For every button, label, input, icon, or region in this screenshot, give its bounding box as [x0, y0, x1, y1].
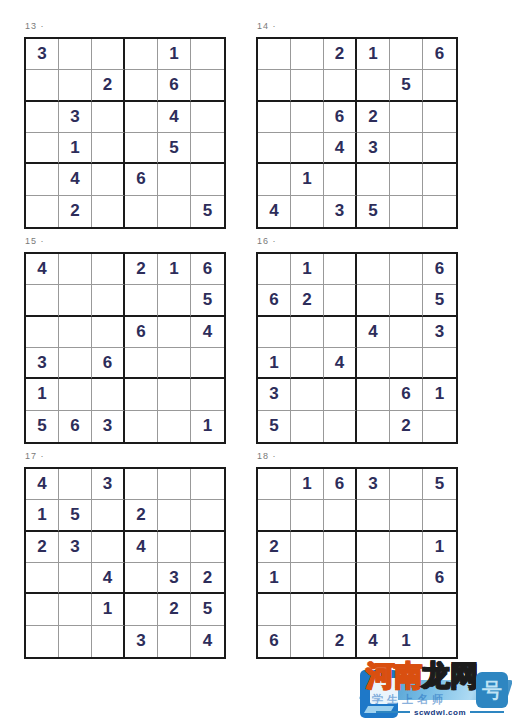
cell-r2c1	[26, 285, 59, 316]
cell-r3c2	[291, 532, 324, 563]
cell-r4c3	[324, 563, 357, 594]
cell-r6c4: 5	[357, 196, 390, 227]
cell-r2c4: 2	[125, 500, 158, 531]
cell-r1c4	[125, 39, 158, 70]
cell-r3c3	[92, 532, 125, 563]
cell-r5c6	[423, 594, 456, 625]
cell-r1c1	[258, 254, 291, 285]
cell-r4c3: 4	[324, 348, 357, 379]
cell-r6c6	[423, 411, 456, 442]
cell-r2c1	[258, 70, 291, 101]
sudoku-grid-18: 163521166241	[256, 467, 458, 659]
cell-r4c1	[26, 563, 59, 594]
cell-r4c5	[390, 348, 423, 379]
cell-r3c4	[125, 102, 158, 133]
cell-r4c2	[59, 563, 92, 594]
cell-r2c2: 5	[59, 500, 92, 531]
cell-r1c3	[92, 254, 125, 285]
cell-r4c1	[26, 133, 59, 164]
cell-r2c5: 5	[390, 70, 423, 101]
cell-r2c5	[158, 500, 191, 531]
cell-r1c1: 4	[26, 469, 59, 500]
cell-r1c3: 6	[324, 469, 357, 500]
cell-r3c3	[92, 317, 125, 348]
cell-r2c3	[324, 285, 357, 316]
cell-r4c1: 1	[258, 348, 291, 379]
cell-r5c3	[92, 164, 125, 195]
cell-r3c1	[26, 317, 59, 348]
cell-r4c2	[291, 348, 324, 379]
cell-r2c2	[291, 500, 324, 531]
cell-r6c4: 3	[125, 626, 158, 657]
cell-r5c2	[291, 379, 324, 410]
puzzle-16-label: 16 ·	[257, 235, 460, 248]
cell-r2c1: 6	[258, 285, 291, 316]
cell-r4c3: 6	[92, 348, 125, 379]
cell-r2c6	[423, 500, 456, 531]
cell-r4c4	[357, 348, 390, 379]
cell-r1c5: 1	[158, 254, 191, 285]
cell-r5c1	[258, 164, 291, 195]
cell-r2c2: 2	[291, 285, 324, 316]
cell-r5c5	[390, 594, 423, 625]
cell-r6c1: 5	[26, 411, 59, 442]
cell-r3c5	[390, 532, 423, 563]
cell-r2c4	[125, 70, 158, 101]
cell-r2c4	[357, 285, 390, 316]
cell-r3c1	[258, 102, 291, 133]
cell-r5c5	[390, 164, 423, 195]
watermark-url: scwdwl.com	[414, 708, 466, 717]
cell-r1c4	[125, 469, 158, 500]
cell-r3c5: 4	[158, 102, 191, 133]
cell-r3c2	[291, 317, 324, 348]
cell-r4c4	[125, 563, 158, 594]
cell-r2c3: 2	[92, 70, 125, 101]
puzzle-18-label: 18 ·	[257, 450, 460, 463]
cell-r6c5	[158, 411, 191, 442]
cell-r6c5	[390, 196, 423, 227]
cell-r4c4	[125, 348, 158, 379]
cell-r6c6: 5	[191, 196, 224, 227]
cell-r1c3	[92, 39, 125, 70]
puzzle-18: 18 · 163521166241	[256, 450, 460, 659]
puzzle-14-label: 14 ·	[257, 20, 460, 33]
cell-r2c2	[59, 70, 92, 101]
cell-r5c2	[291, 594, 324, 625]
cell-r6c1: 5	[258, 411, 291, 442]
cell-r3c6	[191, 102, 224, 133]
cell-r1c4	[357, 254, 390, 285]
cell-r1c2: 1	[291, 469, 324, 500]
cell-r3c3	[324, 532, 357, 563]
cell-r1c3: 2	[324, 39, 357, 70]
cell-r1c5	[390, 469, 423, 500]
cell-r3c5	[390, 317, 423, 348]
cell-r4c5	[390, 563, 423, 594]
cell-r6c3: 3	[92, 411, 125, 442]
cell-r1c2: 1	[291, 254, 324, 285]
cell-r5c6	[191, 379, 224, 410]
cell-r3c4: 4	[125, 532, 158, 563]
cell-r1c6: 6	[191, 254, 224, 285]
cell-r4c6	[423, 348, 456, 379]
cell-r5c5: 6	[390, 379, 423, 410]
cell-r5c4: 6	[125, 164, 158, 195]
cell-r3c1	[26, 102, 59, 133]
cell-r4c3: 4	[324, 133, 357, 164]
cell-r5c4	[357, 379, 390, 410]
cell-r1c5	[158, 469, 191, 500]
cell-r6c4	[357, 411, 390, 442]
cell-r6c6: 4	[191, 626, 224, 657]
cell-r1c5	[390, 254, 423, 285]
cell-r6c6	[423, 196, 456, 227]
cell-r4c3: 4	[92, 563, 125, 594]
cell-r3c2: 3	[59, 532, 92, 563]
cell-r2c3	[324, 70, 357, 101]
cell-r4c1: 3	[26, 348, 59, 379]
cell-r4c5	[390, 133, 423, 164]
cell-r6c1	[26, 626, 59, 657]
puzzle-13-label: 13 ·	[25, 20, 228, 33]
cell-r6c2	[291, 411, 324, 442]
cell-r6c3: 3	[324, 196, 357, 227]
cell-r3c5	[158, 532, 191, 563]
cell-r4c5: 5	[158, 133, 191, 164]
cell-r6c2: 2	[59, 196, 92, 227]
cell-r1c6: 6	[423, 39, 456, 70]
cell-r4c2	[291, 563, 324, 594]
cell-r1c1	[258, 469, 291, 500]
cell-r2c6: 5	[423, 285, 456, 316]
cell-r5c2	[59, 379, 92, 410]
cell-r3c6	[191, 532, 224, 563]
cell-r4c2	[59, 348, 92, 379]
cell-r6c1: 4	[258, 196, 291, 227]
site-name-red-part: 河南	[366, 660, 422, 691]
cell-r2c6	[191, 70, 224, 101]
cell-r6c5	[158, 626, 191, 657]
puzzle-15-label: 15 ·	[25, 235, 228, 248]
cell-r4c2	[291, 133, 324, 164]
cell-r4c6: 6	[423, 563, 456, 594]
url-line-left	[376, 711, 410, 713]
cell-r6c5: 1	[390, 626, 423, 657]
cell-r4c3	[92, 133, 125, 164]
cell-r6c2	[59, 626, 92, 657]
sudoku-grid-15: 42165643615631	[24, 252, 226, 444]
cell-r6c3	[324, 411, 357, 442]
cell-r1c5	[390, 39, 423, 70]
cell-r6c3	[92, 626, 125, 657]
cell-r5c2: 1	[291, 164, 324, 195]
cell-r2c4	[357, 70, 390, 101]
cell-r3c4: 2	[357, 102, 390, 133]
cell-r3c1: 2	[26, 532, 59, 563]
puzzle-17: 17 · 4315223443212534	[24, 450, 228, 659]
cell-r5c3	[324, 379, 357, 410]
cell-r2c1: 1	[26, 500, 59, 531]
sudoku-grid-14: 216562431435	[256, 37, 458, 229]
seal-stamp-icon: 号	[476, 672, 508, 708]
cell-r5c1	[26, 164, 59, 195]
cell-r2c3	[92, 285, 125, 316]
cell-r6c5: 2	[390, 411, 423, 442]
cell-r4c6: 2	[191, 563, 224, 594]
cell-r5c4	[357, 594, 390, 625]
cell-r2c6	[423, 70, 456, 101]
sudoku-grid-13: 312634154625	[24, 37, 226, 229]
cell-r4c4	[357, 563, 390, 594]
cell-r2c6: 5	[191, 285, 224, 316]
cell-r3c4: 4	[357, 317, 390, 348]
cell-r6c1	[26, 196, 59, 227]
cell-r4c6	[191, 348, 224, 379]
cell-r1c6: 5	[423, 469, 456, 500]
cell-r2c6	[191, 500, 224, 531]
cell-r6c3	[92, 196, 125, 227]
cell-r4c4: 3	[357, 133, 390, 164]
puzzle-14: 14 · 216562431435	[256, 20, 460, 229]
cell-r5c4	[125, 379, 158, 410]
cell-r5c5: 2	[158, 594, 191, 625]
cell-r5c3	[324, 164, 357, 195]
cell-r1c6: 6	[423, 254, 456, 285]
cell-r3c4: 6	[125, 317, 158, 348]
cell-r3c6: 4	[191, 317, 224, 348]
cell-r6c4	[125, 411, 158, 442]
cell-r5c6: 1	[423, 379, 456, 410]
cell-r5c1: 1	[26, 379, 59, 410]
cell-r6c1: 6	[258, 626, 291, 657]
cell-r2c4	[125, 285, 158, 316]
cell-r2c5: 6	[158, 70, 191, 101]
cell-r1c3: 3	[92, 469, 125, 500]
puzzle-15: 15 · 42165643615631	[24, 235, 228, 444]
cell-r5c2	[59, 594, 92, 625]
cell-r1c1	[258, 39, 291, 70]
cell-r3c1	[258, 317, 291, 348]
site-name-dark-part: 龙网	[422, 660, 478, 691]
puzzle-13: 13 · 312634154625	[24, 20, 228, 229]
cell-r2c2	[291, 70, 324, 101]
cell-r4c1	[258, 133, 291, 164]
cell-r4c5: 3	[158, 563, 191, 594]
cell-r5c6	[191, 164, 224, 195]
cell-r2c1	[258, 500, 291, 531]
puzzle-17-label: 17 ·	[25, 450, 228, 463]
cell-r4c6	[423, 133, 456, 164]
cell-r3c2: 3	[59, 102, 92, 133]
cell-r4c5	[158, 348, 191, 379]
cell-r2c3	[324, 500, 357, 531]
cell-r5c1	[258, 594, 291, 625]
cell-r1c4: 3	[357, 469, 390, 500]
cell-r1c4: 1	[357, 39, 390, 70]
cell-r3c3: 6	[324, 102, 357, 133]
watermark-url-row: scwdwl.com	[376, 706, 504, 718]
cell-r6c2	[291, 196, 324, 227]
site-watermark: 学生上名师 河南龙网 号 scwdwl.com	[358, 654, 512, 724]
cell-r3c4	[357, 532, 390, 563]
cell-r2c2	[59, 285, 92, 316]
cell-r3c2	[59, 317, 92, 348]
url-line-right	[470, 711, 504, 713]
cell-r5c3	[92, 379, 125, 410]
cell-r3c6: 3	[423, 317, 456, 348]
cell-r6c2	[291, 626, 324, 657]
cell-r6c5	[158, 196, 191, 227]
cell-r4c1: 1	[258, 563, 291, 594]
cell-r2c5	[390, 285, 423, 316]
puzzle-16: 16 · 16625431436152	[256, 235, 460, 444]
cell-r2c3	[92, 500, 125, 531]
cell-r2c4	[357, 500, 390, 531]
cell-r4c4	[125, 133, 158, 164]
cell-r1c3	[324, 254, 357, 285]
cell-r6c6	[423, 626, 456, 657]
sudoku-grid-16: 16625431436152	[256, 252, 458, 444]
cell-r1c6	[191, 469, 224, 500]
cell-r1c1: 4	[26, 254, 59, 285]
cell-r5c2: 4	[59, 164, 92, 195]
cell-r5c5	[158, 379, 191, 410]
cell-r5c5	[158, 164, 191, 195]
cell-r6c4: 4	[357, 626, 390, 657]
cell-r5c6: 5	[191, 594, 224, 625]
cell-r1c4: 2	[125, 254, 158, 285]
cell-r6c3: 2	[324, 626, 357, 657]
cell-r6c4	[125, 196, 158, 227]
cell-r3c2	[291, 102, 324, 133]
cell-r3c5	[158, 317, 191, 348]
cell-r5c1	[26, 594, 59, 625]
cell-r1c2	[59, 254, 92, 285]
cell-r5c3: 1	[92, 594, 125, 625]
cell-r3c3	[324, 317, 357, 348]
cell-r2c1	[26, 70, 59, 101]
cell-r5c3	[324, 594, 357, 625]
cell-r1c2	[59, 39, 92, 70]
cell-r1c6	[191, 39, 224, 70]
cell-r3c6: 1	[423, 532, 456, 563]
cell-r5c1: 3	[258, 379, 291, 410]
cell-r5c6	[423, 164, 456, 195]
cell-r6c2: 6	[59, 411, 92, 442]
sudoku-grid-17: 4315223443212534	[24, 467, 226, 659]
cell-r4c2: 1	[59, 133, 92, 164]
cell-r1c1: 3	[26, 39, 59, 70]
cell-r2c5	[158, 285, 191, 316]
cell-r6c6: 1	[191, 411, 224, 442]
cell-r5c4	[357, 164, 390, 195]
cell-r1c2	[59, 469, 92, 500]
cell-r5c4	[125, 594, 158, 625]
cell-r3c3	[92, 102, 125, 133]
cell-r3c6	[423, 102, 456, 133]
cell-r4c6	[191, 133, 224, 164]
cell-r1c2	[291, 39, 324, 70]
cell-r3c1: 2	[258, 532, 291, 563]
cell-r1c5: 1	[158, 39, 191, 70]
cell-r2c5	[390, 500, 423, 531]
cell-r3c5	[390, 102, 423, 133]
